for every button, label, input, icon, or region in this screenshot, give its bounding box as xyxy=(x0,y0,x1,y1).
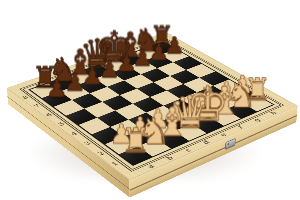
clasp-latch-icon xyxy=(225,138,236,150)
chess-set-photo: abcdefgh12345678 ♜♞♝♛♚♝♞♜♟♟♟♟♟♟♟♟♟♟♟♟♟♟♟… xyxy=(0,0,300,200)
